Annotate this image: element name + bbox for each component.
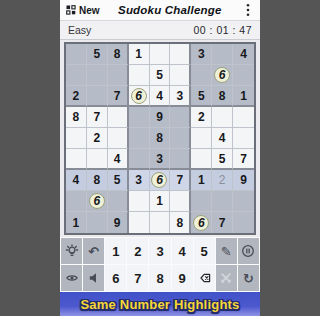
cell-digit: 8 [156, 132, 163, 144]
cell-digit: 8 [73, 111, 80, 123]
cell-r9c4[interactable] [129, 212, 150, 233]
backspace-icon [196, 271, 212, 285]
restart-icon: ↻ [243, 272, 254, 285]
cell-digit: 7 [177, 174, 184, 186]
cell-r8c1[interactable] [66, 191, 87, 212]
cell-r9c8[interactable]: 7 [212, 212, 233, 233]
cell-r6c7[interactable] [191, 149, 212, 170]
control-panel: ↶ 1 2 3 4 5 ✎ [60, 237, 260, 292]
cell-digit: 2 [73, 90, 80, 102]
banner-text: Same Number Highlights [81, 297, 240, 312]
pencil-icon: ✎ [221, 245, 232, 258]
cell-r2c5[interactable]: 5 [150, 65, 171, 86]
cell-r4c3[interactable] [108, 107, 129, 128]
cell-digit: 9 [114, 217, 121, 229]
cell-r1c2[interactable]: 5 [87, 44, 108, 65]
cell-r8c3[interactable] [108, 191, 129, 212]
cell-digit: 6 [135, 90, 142, 102]
cell-r8c2[interactable]: 6 [87, 191, 108, 212]
cell-digit: 4 [114, 153, 121, 165]
cell-digit: 7 [114, 90, 121, 102]
cell-digit: 6 [198, 217, 205, 229]
cell-r5c7[interactable] [191, 128, 212, 149]
cell-r4c8[interactable] [212, 107, 233, 128]
cell-digit: 5 [156, 69, 163, 81]
cell-r2c3[interactable] [108, 65, 129, 86]
cell-digit: 2 [219, 174, 226, 186]
cell-digit: 2 [198, 111, 205, 123]
cell-r6c6[interactable] [170, 149, 191, 170]
cell-digit: 7 [219, 217, 226, 229]
lightbulb-icon [65, 244, 79, 258]
cell-r5c8[interactable]: 4 [212, 128, 233, 149]
hint-button[interactable] [61, 238, 82, 264]
cell-r8c9[interactable] [233, 191, 254, 212]
cell-r4c2[interactable]: 7 [87, 107, 108, 128]
cell-r7c4[interactable]: 3 [129, 170, 150, 191]
cell-r2c9[interactable] [233, 65, 254, 86]
cell-digit: 7 [240, 153, 247, 165]
crossed-swords-icon [219, 271, 233, 285]
cell-digit: 3 [156, 153, 163, 165]
cell-r7c5[interactable]: 6 [150, 170, 171, 191]
cell-r4c7[interactable]: 2 [191, 107, 212, 128]
cell-r9c6[interactable]: 8 [170, 212, 191, 233]
cell-r3c2[interactable] [87, 86, 108, 107]
cell-r1c1[interactable] [66, 44, 87, 65]
difficulty-label: Easy [68, 24, 91, 36]
new-game-grid-icon [66, 5, 76, 15]
cell-digit: 4 [156, 90, 163, 102]
cell-r8c7[interactable] [191, 191, 212, 212]
cell-r3c4[interactable]: 6 [129, 86, 150, 107]
cell-r4c5[interactable]: 9 [150, 107, 171, 128]
cell-digit: 1 [73, 217, 80, 229]
reveal-button[interactable] [61, 265, 82, 291]
cell-digit: 8 [177, 217, 184, 229]
cell-r4c4[interactable] [129, 107, 150, 128]
cell-r1c8[interactable] [212, 44, 233, 65]
cell-r3c6[interactable]: 3 [170, 86, 191, 107]
kebab-menu-icon [246, 3, 250, 17]
cell-r5c1[interactable] [66, 128, 87, 149]
board-area: 5813456276435818792284435748536712961198… [60, 40, 260, 237]
cell-digit: 8 [219, 90, 226, 102]
cell-r9c7[interactable]: 6 [191, 212, 212, 233]
promo-banner: Same Number Highlights [60, 292, 260, 316]
new-game-label: New [79, 5, 100, 16]
cell-digit: 9 [156, 111, 163, 123]
cell-digit: 5 [93, 48, 100, 60]
cell-r9c3[interactable]: 9 [108, 212, 129, 233]
cell-digit: 3 [135, 174, 142, 186]
battle-button[interactable] [216, 265, 237, 291]
cell-r2c2[interactable] [87, 65, 108, 86]
num-2-button[interactable]: 2 [127, 238, 148, 264]
undo-icon: ↶ [88, 245, 99, 258]
speaker-icon [87, 271, 101, 285]
cell-r7c1[interactable]: 4 [66, 170, 87, 191]
timer: 00 : 01 : 47 [193, 24, 252, 36]
top-bar: New Sudoku Challenge [60, 0, 260, 21]
pencil-notes-button[interactable]: ✎ [216, 238, 237, 264]
cell-digit: 1 [156, 195, 163, 207]
cell-r2c6[interactable] [170, 65, 191, 86]
cell-digit: 8 [93, 174, 100, 186]
cell-r1c9[interactable]: 4 [233, 44, 254, 65]
cell-digit: 1 [198, 174, 205, 186]
cell-r7c7[interactable]: 1 [191, 170, 212, 191]
num-3-button[interactable]: 3 [149, 238, 170, 264]
app-title: Sudoku Challenge [100, 4, 242, 16]
cell-r7c3[interactable]: 5 [108, 170, 129, 191]
cell-r5c6[interactable] [170, 128, 191, 149]
status-bar: Easy 00 : 01 : 47 [60, 21, 260, 40]
cell-r5c3[interactable] [108, 128, 129, 149]
cell-r9c2[interactable] [87, 212, 108, 233]
cell-digit: 4 [240, 48, 247, 60]
num-1-button[interactable]: 1 [105, 238, 126, 264]
cell-r6c3[interactable]: 4 [108, 149, 129, 170]
cell-r5c4[interactable] [129, 128, 150, 149]
pause-icon [241, 244, 255, 258]
cell-r7c2[interactable]: 8 [87, 170, 108, 191]
cell-r1c7[interactable]: 3 [191, 44, 212, 65]
cell-digit: 4 [73, 174, 80, 186]
cell-digit: 6 [93, 195, 100, 207]
cell-r4c9[interactable] [233, 107, 254, 128]
cell-r9c5[interactable] [150, 212, 171, 233]
cell-r7c6[interactable]: 7 [170, 170, 191, 191]
cell-r2c1[interactable] [66, 65, 87, 86]
sound-button[interactable] [83, 265, 104, 291]
cell-r8c6[interactable] [170, 191, 191, 212]
cell-digit: 9 [240, 174, 247, 186]
cell-r4c6[interactable] [170, 107, 191, 128]
num-6-button[interactable]: 6 [105, 265, 126, 291]
cell-r6c9[interactable]: 7 [233, 149, 254, 170]
restart-button[interactable]: ↻ [238, 265, 259, 291]
cell-digit: 5 [219, 153, 226, 165]
sudoku-board: 5813456276435818792284435748536712961198… [64, 42, 256, 235]
cell-r3c9[interactable]: 1 [233, 86, 254, 107]
cell-r6c1[interactable] [66, 149, 87, 170]
num-7-button[interactable]: 7 [127, 265, 148, 291]
cell-r2c7[interactable] [191, 65, 212, 86]
cell-r6c5[interactable]: 3 [150, 149, 171, 170]
cell-digit: 5 [114, 174, 121, 186]
cell-r9c9[interactable] [233, 212, 254, 233]
cell-r5c2[interactable]: 2 [87, 128, 108, 149]
cell-digit: 3 [198, 48, 205, 60]
cell-digit: 7 [93, 111, 100, 123]
cell-r4c1[interactable]: 8 [66, 107, 87, 128]
cell-r6c2[interactable] [87, 149, 108, 170]
cell-digit: 6 [219, 69, 226, 81]
cell-r3c1[interactable]: 2 [66, 86, 87, 107]
cell-r3c5[interactable]: 4 [150, 86, 171, 107]
new-game-button[interactable]: New [66, 5, 100, 16]
cell-r3c8[interactable]: 8 [212, 86, 233, 107]
erase-button[interactable] [194, 265, 215, 291]
menu-button[interactable] [242, 3, 254, 17]
cell-r8c8[interactable] [212, 191, 233, 212]
cell-r6c8[interactable]: 5 [212, 149, 233, 170]
cell-r7c8[interactable]: 2 [212, 170, 233, 191]
cell-r2c4[interactable] [129, 65, 150, 86]
cell-r9c1[interactable]: 1 [66, 212, 87, 233]
cell-r8c5[interactable]: 1 [150, 191, 171, 212]
cell-digit: 1 [135, 48, 142, 60]
cell-digit: 3 [177, 90, 184, 102]
cell-r2c8[interactable]: 6 [212, 65, 233, 86]
app-root: New Sudoku Challenge Easy 00 : 01 : 47 5… [60, 0, 260, 316]
num-8-button[interactable]: 8 [149, 265, 170, 291]
cell-digit: 5 [198, 90, 205, 102]
cell-r1c4[interactable]: 1 [129, 44, 150, 65]
cell-r5c5[interactable]: 8 [150, 128, 171, 149]
cell-r3c3[interactable]: 7 [108, 86, 129, 107]
num-4-button[interactable]: 4 [172, 238, 193, 264]
cell-digit: 1 [240, 90, 247, 102]
cell-digit: 2 [93, 132, 100, 144]
cell-r5c9[interactable] [233, 128, 254, 149]
cell-digit: 8 [114, 48, 121, 60]
num-5-button[interactable]: 5 [194, 238, 215, 264]
num-9-button[interactable]: 9 [172, 265, 193, 291]
eye-icon [65, 271, 79, 285]
cell-r3c7[interactable]: 5 [191, 86, 212, 107]
cell-r1c6[interactable] [170, 44, 191, 65]
cell-r1c5[interactable] [150, 44, 171, 65]
cell-digit: 4 [219, 132, 226, 144]
cell-r8c4[interactable] [129, 191, 150, 212]
cell-digit: 6 [156, 174, 163, 186]
cell-r6c4[interactable] [129, 149, 150, 170]
cell-r1c3[interactable]: 8 [108, 44, 129, 65]
pause-button[interactable] [238, 238, 259, 264]
undo-button[interactable]: ↶ [83, 238, 104, 264]
cell-r7c9[interactable]: 9 [233, 170, 254, 191]
